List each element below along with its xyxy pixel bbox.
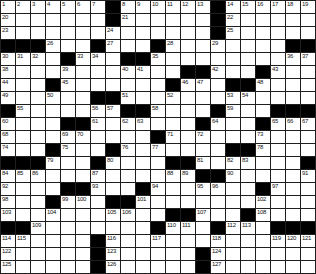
cell[interactable] xyxy=(226,118,240,130)
cell[interactable] xyxy=(31,248,45,260)
cell[interactable] xyxy=(271,248,285,260)
cell[interactable]: 99 xyxy=(61,196,75,208)
cell[interactable] xyxy=(196,92,210,104)
cell[interactable] xyxy=(121,183,135,195)
cell[interactable]: 81 xyxy=(196,157,210,169)
cell[interactable] xyxy=(61,157,75,169)
cell[interactable]: 94 xyxy=(151,183,165,195)
cell[interactable] xyxy=(76,79,90,91)
cell[interactable] xyxy=(16,66,30,78)
cell[interactable] xyxy=(271,209,285,221)
cell[interactable] xyxy=(301,131,315,143)
cell[interactable] xyxy=(136,27,150,39)
cell[interactable]: 46 xyxy=(181,79,195,91)
cell[interactable]: 40 xyxy=(121,66,135,78)
cell[interactable]: 29 xyxy=(211,40,225,52)
cell[interactable] xyxy=(256,53,270,65)
cell[interactable] xyxy=(211,79,225,91)
cell[interactable] xyxy=(286,157,300,169)
cell[interactable] xyxy=(61,105,75,117)
cell[interactable] xyxy=(226,209,240,221)
cell[interactable] xyxy=(76,66,90,78)
cell[interactable]: 79 xyxy=(46,157,60,169)
cell[interactable] xyxy=(241,235,255,247)
cell[interactable] xyxy=(76,261,90,273)
cell[interactable] xyxy=(166,183,180,195)
cell[interactable] xyxy=(301,196,315,208)
cell[interactable]: 44 xyxy=(1,79,15,91)
cell[interactable]: 42 xyxy=(211,66,225,78)
cell[interactable] xyxy=(271,53,285,65)
cell[interactable]: 24 xyxy=(106,27,120,39)
cell[interactable] xyxy=(151,196,165,208)
cell[interactable]: 105 xyxy=(106,209,120,221)
cell[interactable]: 97 xyxy=(271,183,285,195)
cell[interactable]: 84 xyxy=(1,170,15,182)
cell[interactable] xyxy=(286,144,300,156)
cell[interactable] xyxy=(256,248,270,260)
cell[interactable]: 69 xyxy=(61,131,75,143)
cell[interactable] xyxy=(241,105,255,117)
cell[interactable]: 103 xyxy=(1,209,15,221)
cell[interactable]: 31 xyxy=(16,53,30,65)
cell[interactable]: 20 xyxy=(1,14,15,26)
cell[interactable]: 71 xyxy=(166,131,180,143)
cell[interactable] xyxy=(151,157,165,169)
cell[interactable]: 39 xyxy=(61,66,75,78)
cell[interactable]: 30 xyxy=(1,53,15,65)
cell[interactable]: 100 xyxy=(76,196,90,208)
cell[interactable] xyxy=(106,53,120,65)
cell[interactable] xyxy=(256,170,270,182)
cell[interactable] xyxy=(286,248,300,260)
cell[interactable]: 72 xyxy=(196,131,210,143)
cell[interactable]: 35 xyxy=(151,53,165,65)
cell[interactable]: 50 xyxy=(46,92,60,104)
cell[interactable] xyxy=(46,53,60,65)
cell[interactable] xyxy=(31,131,45,143)
cell[interactable]: 73 xyxy=(256,131,270,143)
cell[interactable]: 88 xyxy=(166,170,180,182)
cell[interactable] xyxy=(61,248,75,260)
cell[interactable] xyxy=(136,144,150,156)
cell[interactable] xyxy=(256,40,270,52)
cell[interactable] xyxy=(181,196,195,208)
cell[interactable]: 80 xyxy=(106,157,120,169)
cell[interactable]: 14 xyxy=(226,1,240,13)
cell[interactable] xyxy=(226,261,240,273)
cell[interactable] xyxy=(196,235,210,247)
cell[interactable] xyxy=(76,144,90,156)
cell[interactable] xyxy=(76,235,90,247)
cell[interactable] xyxy=(121,248,135,260)
cell[interactable] xyxy=(76,248,90,260)
cell[interactable] xyxy=(241,131,255,143)
cell[interactable] xyxy=(226,53,240,65)
cell[interactable] xyxy=(151,248,165,260)
cell[interactable] xyxy=(151,79,165,91)
cell[interactable] xyxy=(106,183,120,195)
cell[interactable]: 86 xyxy=(31,170,45,182)
cell[interactable]: 12 xyxy=(181,1,195,13)
cell[interactable] xyxy=(256,27,270,39)
cell[interactable] xyxy=(46,118,60,130)
cell[interactable] xyxy=(301,144,315,156)
cell[interactable] xyxy=(181,248,195,260)
cell[interactable]: 9 xyxy=(136,1,150,13)
cell[interactable] xyxy=(241,261,255,273)
cell[interactable] xyxy=(91,79,105,91)
cell[interactable] xyxy=(226,248,240,260)
cell[interactable] xyxy=(136,261,150,273)
cell[interactable]: 126 xyxy=(106,261,120,273)
cell[interactable] xyxy=(31,235,45,247)
cell[interactable]: 104 xyxy=(46,209,60,221)
cell[interactable]: 6 xyxy=(76,1,90,13)
cell[interactable] xyxy=(286,131,300,143)
cell[interactable] xyxy=(61,261,75,273)
cell[interactable]: 5 xyxy=(61,1,75,13)
cell[interactable]: 115 xyxy=(16,235,30,247)
cell[interactable] xyxy=(31,105,45,117)
cell[interactable]: 8 xyxy=(121,1,135,13)
cell[interactable]: 101 xyxy=(136,196,150,208)
cell[interactable] xyxy=(151,261,165,273)
cell[interactable] xyxy=(136,170,150,182)
cell[interactable] xyxy=(121,131,135,143)
cell[interactable] xyxy=(301,261,315,273)
cell[interactable]: 107 xyxy=(196,209,210,221)
cell[interactable]: 26 xyxy=(46,40,60,52)
cell[interactable]: 106 xyxy=(121,209,135,221)
cell[interactable]: 48 xyxy=(256,79,270,91)
cell[interactable]: 43 xyxy=(271,66,285,78)
cell[interactable]: 51 xyxy=(121,92,135,104)
cell[interactable]: 120 xyxy=(286,235,300,247)
cell[interactable]: 127 xyxy=(211,261,225,273)
cell[interactable] xyxy=(31,183,45,195)
cell[interactable] xyxy=(241,14,255,26)
cell[interactable] xyxy=(46,235,60,247)
cell[interactable]: 108 xyxy=(256,209,270,221)
cell[interactable] xyxy=(271,261,285,273)
cell[interactable] xyxy=(31,66,45,78)
cell[interactable]: 64 xyxy=(211,118,225,130)
cell[interactable] xyxy=(31,196,45,208)
cell[interactable] xyxy=(31,92,45,104)
cell[interactable] xyxy=(286,14,300,26)
cell[interactable] xyxy=(166,53,180,65)
cell[interactable]: 18 xyxy=(286,1,300,13)
cell[interactable]: 58 xyxy=(151,105,165,117)
cell[interactable]: 60 xyxy=(1,118,15,130)
cell[interactable] xyxy=(136,92,150,104)
cell[interactable] xyxy=(211,92,225,104)
cell[interactable] xyxy=(181,144,195,156)
cell[interactable] xyxy=(271,144,285,156)
cell[interactable] xyxy=(241,248,255,260)
cell[interactable]: 68 xyxy=(1,131,15,143)
cell[interactable] xyxy=(61,92,75,104)
cell[interactable] xyxy=(16,183,30,195)
cell[interactable] xyxy=(136,235,150,247)
cell[interactable] xyxy=(31,209,45,221)
cell[interactable] xyxy=(196,144,210,156)
cell[interactable] xyxy=(31,118,45,130)
cell[interactable] xyxy=(106,118,120,130)
cell[interactable] xyxy=(46,170,60,182)
cell[interactable] xyxy=(241,66,255,78)
cell[interactable] xyxy=(211,209,225,221)
cell[interactable] xyxy=(136,79,150,91)
cell[interactable]: 15 xyxy=(241,1,255,13)
cell[interactable] xyxy=(31,27,45,39)
cell[interactable] xyxy=(16,79,30,91)
cell[interactable]: 65 xyxy=(271,118,285,130)
cell[interactable] xyxy=(76,92,90,104)
cell[interactable] xyxy=(151,209,165,221)
cell[interactable]: 41 xyxy=(136,66,150,78)
cell[interactable] xyxy=(61,170,75,182)
cell[interactable] xyxy=(196,14,210,26)
cell[interactable] xyxy=(166,144,180,156)
cell[interactable] xyxy=(76,222,90,234)
cell[interactable]: 11 xyxy=(166,1,180,13)
cell[interactable] xyxy=(136,131,150,143)
cell[interactable]: 117 xyxy=(151,235,165,247)
cell[interactable] xyxy=(46,14,60,26)
cell[interactable] xyxy=(166,14,180,26)
cell[interactable] xyxy=(211,131,225,143)
cell[interactable]: 122 xyxy=(1,248,15,260)
cell[interactable] xyxy=(46,27,60,39)
cell[interactable]: 123 xyxy=(106,248,120,260)
cell[interactable] xyxy=(106,66,120,78)
cell[interactable] xyxy=(256,157,270,169)
cell[interactable] xyxy=(181,183,195,195)
cell[interactable]: 17 xyxy=(271,1,285,13)
cell[interactable] xyxy=(76,14,90,26)
cell[interactable] xyxy=(151,14,165,26)
cell[interactable] xyxy=(226,183,240,195)
cell[interactable]: 38 xyxy=(1,66,15,78)
cell[interactable]: 75 xyxy=(61,144,75,156)
cell[interactable]: 112 xyxy=(226,222,240,234)
cell[interactable]: 34 xyxy=(91,53,105,65)
cell[interactable]: 66 xyxy=(286,118,300,130)
cell[interactable] xyxy=(46,131,60,143)
cell[interactable]: 87 xyxy=(91,170,105,182)
cell[interactable]: 36 xyxy=(286,53,300,65)
cell[interactable] xyxy=(226,40,240,52)
cell[interactable] xyxy=(271,92,285,104)
cell[interactable] xyxy=(196,222,210,234)
cell[interactable] xyxy=(211,157,225,169)
cell[interactable] xyxy=(166,27,180,39)
cell[interactable] xyxy=(211,144,225,156)
cell[interactable] xyxy=(106,222,120,234)
cell[interactable]: 22 xyxy=(226,14,240,26)
cell[interactable] xyxy=(301,209,315,221)
cell[interactable]: 92 xyxy=(1,183,15,195)
cell[interactable] xyxy=(91,209,105,221)
cell[interactable]: 70 xyxy=(76,131,90,143)
cell[interactable]: 27 xyxy=(106,40,120,52)
cell[interactable] xyxy=(286,183,300,195)
cell[interactable]: 111 xyxy=(181,222,195,234)
cell[interactable]: 113 xyxy=(241,222,255,234)
cell[interactable] xyxy=(136,248,150,260)
cell[interactable]: 119 xyxy=(271,235,285,247)
cell[interactable] xyxy=(136,209,150,221)
cell[interactable] xyxy=(301,66,315,78)
cell[interactable] xyxy=(196,196,210,208)
cell[interactable]: 25 xyxy=(226,27,240,39)
cell[interactable] xyxy=(256,14,270,26)
cell[interactable] xyxy=(226,66,240,78)
cell[interactable]: 124 xyxy=(211,248,225,260)
cell[interactable] xyxy=(31,14,45,26)
cell[interactable] xyxy=(16,27,30,39)
cell[interactable] xyxy=(181,105,195,117)
cell[interactable] xyxy=(31,261,45,273)
cell[interactable] xyxy=(61,222,75,234)
cell[interactable] xyxy=(301,183,315,195)
cell[interactable]: 56 xyxy=(91,105,105,117)
cell[interactable] xyxy=(151,92,165,104)
cell[interactable] xyxy=(271,79,285,91)
cell[interactable] xyxy=(181,27,195,39)
cell[interactable]: 77 xyxy=(151,144,165,156)
cell[interactable] xyxy=(46,222,60,234)
cell[interactable] xyxy=(181,235,195,247)
cell[interactable] xyxy=(76,157,90,169)
cell[interactable] xyxy=(286,79,300,91)
cell[interactable] xyxy=(151,66,165,78)
cell[interactable] xyxy=(286,92,300,104)
cell[interactable] xyxy=(91,27,105,39)
cell[interactable]: 16 xyxy=(256,1,270,13)
cell[interactable] xyxy=(301,27,315,39)
cell[interactable] xyxy=(301,14,315,26)
cell[interactable] xyxy=(16,248,30,260)
cell[interactable] xyxy=(151,27,165,39)
cell[interactable]: 121 xyxy=(301,235,315,247)
cell[interactable] xyxy=(196,105,210,117)
cell[interactable] xyxy=(136,40,150,52)
cell[interactable]: 33 xyxy=(76,53,90,65)
cell[interactable] xyxy=(91,14,105,26)
cell[interactable] xyxy=(286,170,300,182)
cell[interactable] xyxy=(286,209,300,221)
cell[interactable] xyxy=(181,92,195,104)
cell[interactable] xyxy=(91,196,105,208)
cell[interactable] xyxy=(106,170,120,182)
cell[interactable] xyxy=(181,261,195,273)
cell[interactable]: 23 xyxy=(1,27,15,39)
cell[interactable] xyxy=(286,27,300,39)
cell[interactable]: 19 xyxy=(301,1,315,13)
cell[interactable]: 90 xyxy=(226,170,240,182)
cell[interactable] xyxy=(181,131,195,143)
cell[interactable]: 53 xyxy=(226,92,240,104)
cell[interactable]: 78 xyxy=(256,144,270,156)
cell[interactable] xyxy=(226,235,240,247)
cell[interactable] xyxy=(76,105,90,117)
cell[interactable] xyxy=(151,118,165,130)
cell[interactable]: 45 xyxy=(61,79,75,91)
cell[interactable] xyxy=(196,27,210,39)
cell[interactable]: 13 xyxy=(196,1,210,13)
cell[interactable] xyxy=(76,40,90,52)
cell[interactable] xyxy=(136,157,150,169)
cell[interactable] xyxy=(76,27,90,39)
cell[interactable]: 114 xyxy=(1,235,15,247)
cell[interactable] xyxy=(271,170,285,182)
cell[interactable]: 59 xyxy=(226,105,240,117)
cell[interactable]: 91 xyxy=(301,170,315,182)
cell[interactable] xyxy=(181,40,195,52)
cell[interactable] xyxy=(271,14,285,26)
cell[interactable]: 62 xyxy=(121,118,135,130)
cell[interactable]: 83 xyxy=(241,157,255,169)
cell[interactable] xyxy=(166,235,180,247)
cell[interactable]: 74 xyxy=(1,144,15,156)
cell[interactable] xyxy=(76,209,90,221)
cell[interactable]: 93 xyxy=(91,183,105,195)
cell[interactable]: 4 xyxy=(46,1,60,13)
cell[interactable] xyxy=(121,27,135,39)
cell[interactable]: 1 xyxy=(1,1,15,13)
cell[interactable] xyxy=(31,79,45,91)
cell[interactable] xyxy=(91,222,105,234)
cell[interactable] xyxy=(181,53,195,65)
cell[interactable]: 7 xyxy=(91,1,105,13)
cell[interactable] xyxy=(241,196,255,208)
cell[interactable] xyxy=(61,40,75,52)
cell[interactable] xyxy=(121,79,135,91)
cell[interactable]: 125 xyxy=(1,261,15,273)
cell[interactable] xyxy=(16,261,30,273)
cell[interactable] xyxy=(121,40,135,52)
cell[interactable] xyxy=(166,66,180,78)
cell[interactable] xyxy=(241,118,255,130)
cell[interactable] xyxy=(166,248,180,260)
cell[interactable]: 76 xyxy=(121,144,135,156)
cell[interactable]: 57 xyxy=(106,105,120,117)
cell[interactable]: 10 xyxy=(151,1,165,13)
cell[interactable] xyxy=(91,66,105,78)
cell[interactable] xyxy=(196,53,210,65)
cell[interactable] xyxy=(151,170,165,182)
cell[interactable] xyxy=(241,183,255,195)
cell[interactable] xyxy=(241,40,255,52)
cell[interactable] xyxy=(241,27,255,39)
cell[interactable] xyxy=(31,144,45,156)
cell[interactable]: 21 xyxy=(121,14,135,26)
cell[interactable] xyxy=(136,14,150,26)
cell[interactable] xyxy=(181,118,195,130)
cell[interactable] xyxy=(256,261,270,273)
cell[interactable]: 63 xyxy=(136,118,150,130)
cell[interactable] xyxy=(121,222,135,234)
cell[interactable] xyxy=(91,144,105,156)
cell[interactable]: 37 xyxy=(301,53,315,65)
cell[interactable]: 61 xyxy=(91,118,105,130)
cell[interactable] xyxy=(16,131,30,143)
cell[interactable]: 110 xyxy=(166,222,180,234)
cell[interactable] xyxy=(271,131,285,143)
